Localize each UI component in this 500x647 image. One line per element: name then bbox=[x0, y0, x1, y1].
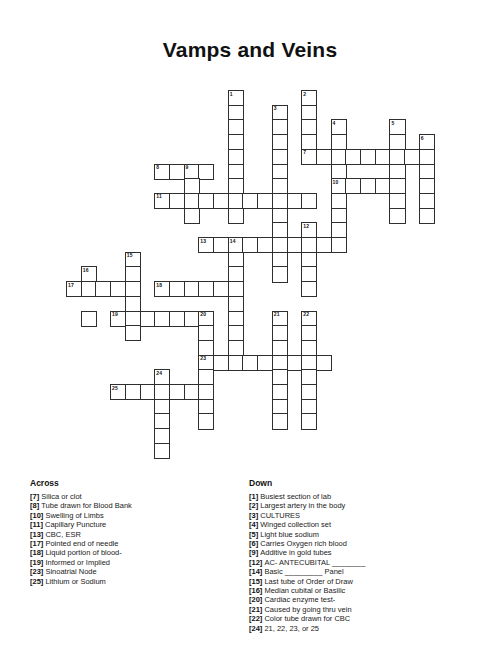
crossword-grid: 1234567891011121314151617181920212223242… bbox=[0, 0, 500, 500]
grid-cell-number: 10 bbox=[333, 180, 339, 185]
grid-cell-number: 20 bbox=[200, 312, 206, 317]
grid-cell[interactable] bbox=[316, 355, 332, 371]
clue-item: [24] 21, 22, 23, or 25 bbox=[249, 624, 464, 633]
clue-number: [18] bbox=[30, 548, 45, 557]
grid-cell[interactable] bbox=[228, 208, 244, 224]
clue-item: [10] Swelling of Limbs bbox=[30, 511, 245, 520]
clue-item: [19] Informed or Implied bbox=[30, 558, 245, 567]
clue-number: [9] bbox=[249, 548, 260, 557]
clue-number: [11] bbox=[30, 520, 45, 529]
clue-number: [22] bbox=[249, 614, 264, 623]
clue-item: [20] Cardiac enzyme test- bbox=[249, 595, 464, 604]
across-clues-section: Across [7] Silica or clot[8] Tube drawn … bbox=[30, 478, 245, 586]
grid-cell[interactable] bbox=[184, 208, 200, 224]
grid-cell[interactable] bbox=[301, 281, 317, 297]
grid-cell[interactable] bbox=[125, 325, 141, 341]
clue-number: [13] bbox=[30, 530, 45, 539]
clue-item: [7] Silica or clot bbox=[30, 492, 245, 501]
grid-cell-number: 22 bbox=[303, 312, 309, 317]
clue-number: [1] bbox=[249, 492, 260, 501]
clue-number: [16] bbox=[249, 586, 264, 595]
clue-number: [15] bbox=[249, 577, 264, 586]
clue-item: [25] Lithium or Sodium bbox=[30, 577, 245, 586]
clue-number: [8] bbox=[30, 501, 41, 510]
across-header: Across bbox=[30, 478, 245, 488]
clue-number: [5] bbox=[249, 530, 260, 539]
clue-number: [23] bbox=[30, 567, 45, 576]
clue-item: [3] CULTURES bbox=[249, 511, 464, 520]
down-clue-list: [1] Busiest section of lab[2] Largest ar… bbox=[249, 492, 464, 633]
clue-item: [17] Pointed end of needle bbox=[30, 539, 245, 548]
clue-number: [10] bbox=[30, 511, 45, 520]
clue-number: [25] bbox=[30, 577, 45, 586]
grid-cell-number: 24 bbox=[156, 371, 162, 376]
grid-cell[interactable] bbox=[331, 237, 347, 253]
grid-cell[interactable] bbox=[419, 208, 435, 224]
grid-cell-number: 14 bbox=[230, 239, 236, 244]
grid-cell-number: 1 bbox=[230, 92, 233, 97]
across-clue-list: [7] Silica or clot[8] Tube drawn for Blo… bbox=[30, 492, 245, 586]
grid-cell[interactable] bbox=[301, 413, 317, 429]
clue-item: [16] Median cubital or Basilic bbox=[249, 586, 464, 595]
clue-item: [2] Largest artery in the body bbox=[249, 501, 464, 510]
clue-number: [17] bbox=[30, 539, 45, 548]
clue-number: [24] bbox=[249, 624, 264, 633]
grid-cell[interactable] bbox=[301, 193, 317, 209]
grid-cell-number: 17 bbox=[68, 283, 74, 288]
clue-number: [20] bbox=[249, 595, 264, 604]
clue-number: [19] bbox=[30, 558, 45, 567]
grid-cell-number: 23 bbox=[200, 356, 206, 361]
grid-cell-number: 25 bbox=[112, 386, 118, 391]
grid-cell-number: 6 bbox=[421, 136, 424, 141]
clue-item: [18] Liquid portion of blood- bbox=[30, 548, 245, 557]
clue-number: [14] bbox=[249, 567, 264, 576]
clue-item: [11] Capillary Puncture bbox=[30, 520, 245, 529]
down-clues-section: Down [1] Busiest section of lab[2] Large… bbox=[249, 478, 464, 633]
grid-cell-number: 8 bbox=[156, 165, 159, 170]
clue-item: [12] AC- ANTECUBITAL ________ bbox=[249, 558, 464, 567]
clue-number: [3] bbox=[249, 511, 260, 520]
clue-number: [2] bbox=[249, 501, 260, 510]
grid-cell-number: 7 bbox=[303, 150, 306, 155]
grid-cell-number: 18 bbox=[156, 283, 162, 288]
grid-cell[interactable] bbox=[154, 443, 170, 459]
clue-item: [13] CBC, ESR bbox=[30, 530, 245, 539]
clue-item: [8] Tube drawn for Blood Bank bbox=[30, 501, 245, 510]
clue-number: [21] bbox=[249, 605, 264, 614]
grid-cell[interactable] bbox=[272, 413, 288, 429]
grid-cell-number: 9 bbox=[186, 165, 189, 170]
grid-cell-number: 19 bbox=[112, 312, 118, 317]
clue-item: [6] Carries Oxygen rich blood bbox=[249, 539, 464, 548]
clue-number: [6] bbox=[249, 539, 260, 548]
grid-cell[interactable] bbox=[81, 311, 97, 327]
clue-item: [22] Color tube drawn for CBC bbox=[249, 614, 464, 623]
crossword-page: Vamps and Veins 123456789101112131415161… bbox=[0, 0, 500, 647]
down-header: Down bbox=[249, 478, 464, 488]
clue-item: [23] Sinoatrial Node bbox=[30, 567, 245, 576]
grid-cell-number: 11 bbox=[156, 194, 162, 199]
grid-cell[interactable] bbox=[272, 266, 288, 282]
grid-cell-number: 13 bbox=[200, 239, 206, 244]
grid-cell[interactable] bbox=[198, 413, 214, 429]
clue-item: [15] Last tube of Order of Draw bbox=[249, 577, 464, 586]
clue-item: [21] Caused by going thru vein bbox=[249, 605, 464, 614]
clue-number: [7] bbox=[30, 492, 41, 501]
grid-cell-number: 5 bbox=[391, 121, 394, 126]
clue-number: [4] bbox=[249, 520, 260, 529]
grid-cell[interactable] bbox=[198, 164, 214, 180]
grid-cell-number: 12 bbox=[303, 224, 309, 229]
grid-cell[interactable] bbox=[389, 208, 405, 224]
clue-item: [14] Basic _________ Panel bbox=[249, 567, 464, 576]
grid-cell-number: 2 bbox=[303, 92, 306, 97]
clue-number: [12] bbox=[249, 558, 264, 567]
clue-item: [1] Busiest section of lab bbox=[249, 492, 464, 501]
grid-cell-number: 3 bbox=[274, 106, 277, 111]
grid-cell-number: 16 bbox=[83, 268, 89, 273]
grid-cell-number: 4 bbox=[333, 121, 336, 126]
grid-cell-number: 15 bbox=[127, 253, 133, 258]
grid-cell-number: 21 bbox=[274, 312, 280, 317]
clue-item: [9] Additive in gold tubes bbox=[249, 548, 464, 557]
clue-item: [5] Light blue sodium bbox=[249, 530, 464, 539]
clue-item: [4] Winged collection set bbox=[249, 520, 464, 529]
